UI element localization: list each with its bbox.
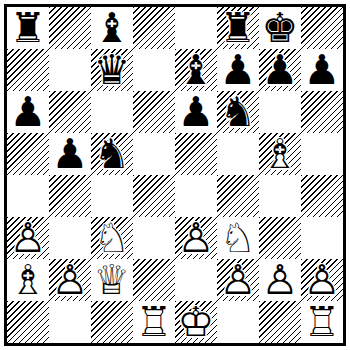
white-king-icon: ♚♔ bbox=[175, 301, 217, 343]
square-h4[interactable] bbox=[301, 175, 343, 217]
square-c6[interactable] bbox=[91, 91, 133, 133]
white-pawn-icon: ♟♙ bbox=[259, 259, 301, 301]
piece-glyph: ♙ bbox=[301, 259, 343, 301]
piece-silhouette: ♜ bbox=[7, 7, 49, 49]
square-h6[interactable] bbox=[301, 91, 343, 133]
piece-glyph: ♜ bbox=[7, 7, 49, 49]
square-e3[interactable]: ♟♙ bbox=[175, 217, 217, 259]
piece-glyph: ♞ bbox=[91, 133, 133, 175]
square-g5[interactable]: ♝♗ bbox=[259, 133, 301, 175]
piece-silhouette: ♞ bbox=[217, 91, 259, 133]
piece-silhouette: ♟ bbox=[7, 91, 49, 133]
white-pawn-icon: ♟♙ bbox=[49, 259, 91, 301]
white-pawn-icon: ♟♙ bbox=[7, 217, 49, 259]
white-pawn-icon: ♟♙ bbox=[301, 259, 343, 301]
square-c2[interactable]: ♛♕ bbox=[91, 259, 133, 301]
piece-silhouette: ♝ bbox=[175, 49, 217, 91]
piece-glyph: ♔ bbox=[175, 301, 217, 343]
square-d8[interactable] bbox=[133, 7, 175, 49]
piece-glyph: ♞ bbox=[217, 91, 259, 133]
piece-silhouette: ♟ bbox=[49, 133, 91, 175]
black-queen-icon: ♛♛ bbox=[91, 49, 133, 91]
black-rook-icon: ♜♜ bbox=[7, 7, 49, 49]
piece-silhouette: ♞ bbox=[91, 133, 133, 175]
black-pawn-icon: ♟♟ bbox=[49, 133, 91, 175]
piece-silhouette: ♟ bbox=[175, 217, 217, 259]
square-g2[interactable]: ♟♙ bbox=[259, 259, 301, 301]
square-a5[interactable] bbox=[7, 133, 49, 175]
white-pawn-icon: ♟♙ bbox=[217, 259, 259, 301]
square-f7[interactable]: ♟♟ bbox=[217, 49, 259, 91]
piece-silhouette: ♟ bbox=[175, 91, 217, 133]
piece-glyph: ♘ bbox=[217, 217, 259, 259]
piece-glyph: ♙ bbox=[7, 217, 49, 259]
square-a8[interactable]: ♜♜ bbox=[7, 7, 49, 49]
square-b6[interactable] bbox=[49, 91, 91, 133]
board-frame: ♜♜♝♝♜♜♚♚♛♛♝♝♟♟♟♟♟♟♟♟♟♟♞♞♟♟♞♞♝♗♟♙♞♘♟♙♞♘♝♗… bbox=[4, 4, 346, 346]
piece-silhouette: ♜ bbox=[133, 301, 175, 343]
square-g7[interactable]: ♟♟ bbox=[259, 49, 301, 91]
square-g3[interactable] bbox=[259, 217, 301, 259]
square-c7[interactable]: ♛♛ bbox=[91, 49, 133, 91]
piece-silhouette: ♝ bbox=[7, 259, 49, 301]
piece-silhouette: ♜ bbox=[217, 7, 259, 49]
white-queen-icon: ♛♕ bbox=[91, 259, 133, 301]
square-f2[interactable]: ♟♙ bbox=[217, 259, 259, 301]
piece-glyph: ♟ bbox=[259, 49, 301, 91]
square-e2[interactable] bbox=[175, 259, 217, 301]
square-g8[interactable]: ♚♚ bbox=[259, 7, 301, 49]
square-e4[interactable] bbox=[175, 175, 217, 217]
square-d5[interactable] bbox=[133, 133, 175, 175]
square-e6[interactable]: ♟♟ bbox=[175, 91, 217, 133]
piece-silhouette: ♝ bbox=[91, 7, 133, 49]
square-h5[interactable] bbox=[301, 133, 343, 175]
square-h3[interactable] bbox=[301, 217, 343, 259]
square-d3[interactable] bbox=[133, 217, 175, 259]
black-knight-icon: ♞♞ bbox=[217, 91, 259, 133]
piece-glyph: ♟ bbox=[301, 49, 343, 91]
black-pawn-icon: ♟♟ bbox=[301, 49, 343, 91]
square-e1[interactable]: ♚♔ bbox=[175, 301, 217, 343]
square-a6[interactable]: ♟♟ bbox=[7, 91, 49, 133]
piece-glyph: ♗ bbox=[259, 133, 301, 175]
piece-glyph: ♕ bbox=[91, 259, 133, 301]
square-c4[interactable] bbox=[91, 175, 133, 217]
piece-silhouette: ♞ bbox=[91, 217, 133, 259]
square-h1[interactable]: ♜♖ bbox=[301, 301, 343, 343]
square-c5[interactable]: ♞♞ bbox=[91, 133, 133, 175]
black-pawn-icon: ♟♟ bbox=[7, 91, 49, 133]
piece-glyph: ♖ bbox=[133, 301, 175, 343]
square-d4[interactable] bbox=[133, 175, 175, 217]
square-f8[interactable]: ♜♜ bbox=[217, 7, 259, 49]
piece-silhouette: ♟ bbox=[49, 259, 91, 301]
piece-glyph: ♝ bbox=[91, 7, 133, 49]
black-pawn-icon: ♟♟ bbox=[175, 91, 217, 133]
square-a4[interactable] bbox=[7, 175, 49, 217]
square-b5[interactable]: ♟♟ bbox=[49, 133, 91, 175]
square-a2[interactable]: ♝♗ bbox=[7, 259, 49, 301]
white-bishop-icon: ♝♗ bbox=[259, 133, 301, 175]
black-king-icon: ♚♚ bbox=[259, 7, 301, 49]
piece-glyph: ♙ bbox=[259, 259, 301, 301]
piece-glyph: ♟ bbox=[49, 133, 91, 175]
piece-glyph: ♝ bbox=[175, 49, 217, 91]
black-rook-icon: ♜♜ bbox=[217, 7, 259, 49]
square-c8[interactable]: ♝♝ bbox=[91, 7, 133, 49]
square-e7[interactable]: ♝♝ bbox=[175, 49, 217, 91]
piece-silhouette: ♟ bbox=[217, 259, 259, 301]
white-bishop-icon: ♝♗ bbox=[7, 259, 49, 301]
square-h2[interactable]: ♟♙ bbox=[301, 259, 343, 301]
white-pawn-icon: ♟♙ bbox=[175, 217, 217, 259]
black-pawn-icon: ♟♟ bbox=[217, 49, 259, 91]
square-a7[interactable] bbox=[7, 49, 49, 91]
square-a1[interactable] bbox=[7, 301, 49, 343]
black-bishop-icon: ♝♝ bbox=[91, 7, 133, 49]
black-knight-icon: ♞♞ bbox=[91, 133, 133, 175]
piece-glyph: ♖ bbox=[301, 301, 343, 343]
square-d6[interactable] bbox=[133, 91, 175, 133]
piece-glyph: ♟ bbox=[7, 91, 49, 133]
square-d7[interactable] bbox=[133, 49, 175, 91]
piece-silhouette: ♟ bbox=[217, 49, 259, 91]
square-c3[interactable]: ♞♘ bbox=[91, 217, 133, 259]
piece-silhouette: ♛ bbox=[91, 259, 133, 301]
square-f3[interactable]: ♞♘ bbox=[217, 217, 259, 259]
piece-glyph: ♙ bbox=[217, 259, 259, 301]
white-knight-icon: ♞♘ bbox=[91, 217, 133, 259]
square-b8[interactable] bbox=[49, 7, 91, 49]
piece-glyph: ♛ bbox=[91, 49, 133, 91]
piece-glyph: ♚ bbox=[259, 7, 301, 49]
piece-glyph: ♜ bbox=[217, 7, 259, 49]
square-h8[interactable] bbox=[301, 7, 343, 49]
square-b2[interactable]: ♟♙ bbox=[49, 259, 91, 301]
square-c1[interactable] bbox=[91, 301, 133, 343]
piece-silhouette: ♟ bbox=[301, 259, 343, 301]
square-h7[interactable]: ♟♟ bbox=[301, 49, 343, 91]
square-g1[interactable] bbox=[259, 301, 301, 343]
white-knight-icon: ♞♘ bbox=[217, 217, 259, 259]
square-f6[interactable]: ♞♞ bbox=[217, 91, 259, 133]
piece-silhouette: ♞ bbox=[217, 217, 259, 259]
square-g6[interactable] bbox=[259, 91, 301, 133]
piece-glyph: ♟ bbox=[217, 49, 259, 91]
piece-silhouette: ♚ bbox=[175, 301, 217, 343]
square-a3[interactable]: ♟♙ bbox=[7, 217, 49, 259]
square-f5[interactable] bbox=[217, 133, 259, 175]
square-d1[interactable]: ♜♖ bbox=[133, 301, 175, 343]
square-d2[interactable] bbox=[133, 259, 175, 301]
black-pawn-icon: ♟♟ bbox=[259, 49, 301, 91]
square-b4[interactable] bbox=[49, 175, 91, 217]
chess-board: ♜♜♝♝♜♜♚♚♛♛♝♝♟♟♟♟♟♟♟♟♟♟♞♞♟♟♞♞♝♗♟♙♞♘♟♙♞♘♝♗… bbox=[7, 7, 343, 343]
white-rook-icon: ♜♖ bbox=[301, 301, 343, 343]
piece-silhouette: ♟ bbox=[7, 217, 49, 259]
piece-glyph: ♙ bbox=[49, 259, 91, 301]
piece-silhouette: ♟ bbox=[301, 49, 343, 91]
square-g4[interactable] bbox=[259, 175, 301, 217]
square-b7[interactable] bbox=[49, 49, 91, 91]
square-b1[interactable] bbox=[49, 301, 91, 343]
piece-silhouette: ♚ bbox=[259, 7, 301, 49]
square-e5[interactable] bbox=[175, 133, 217, 175]
piece-glyph: ♟ bbox=[175, 91, 217, 133]
square-f4[interactable] bbox=[217, 175, 259, 217]
piece-glyph: ♘ bbox=[91, 217, 133, 259]
piece-silhouette: ♜ bbox=[301, 301, 343, 343]
black-bishop-icon: ♝♝ bbox=[175, 49, 217, 91]
square-e8[interactable] bbox=[175, 7, 217, 49]
square-f1[interactable] bbox=[217, 301, 259, 343]
piece-silhouette: ♟ bbox=[259, 259, 301, 301]
piece-silhouette: ♟ bbox=[259, 49, 301, 91]
piece-glyph: ♗ bbox=[7, 259, 49, 301]
square-b3[interactable] bbox=[49, 217, 91, 259]
white-rook-icon: ♜♖ bbox=[133, 301, 175, 343]
piece-silhouette: ♝ bbox=[259, 133, 301, 175]
piece-silhouette: ♛ bbox=[91, 49, 133, 91]
piece-glyph: ♙ bbox=[175, 217, 217, 259]
